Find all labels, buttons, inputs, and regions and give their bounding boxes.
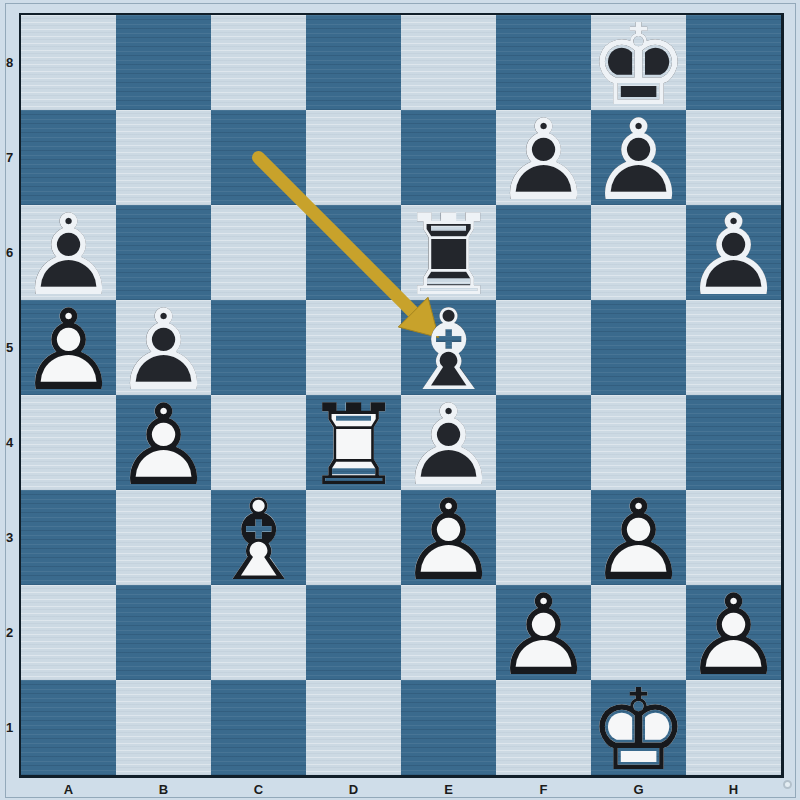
file-label-f: F: [496, 780, 591, 798]
file-label-a: A: [21, 780, 116, 798]
rank-label-4: 4: [0, 395, 19, 490]
rank-label-2: 2: [0, 585, 19, 680]
white-rook-outline: ♖: [306, 395, 401, 490]
black-pawn-fill: ♟: [401, 395, 496, 490]
square-b8[interactable]: [116, 15, 211, 110]
square-e3[interactable]: ♟♙: [401, 490, 496, 585]
square-f5[interactable]: [496, 300, 591, 395]
square-h1[interactable]: [686, 680, 781, 775]
square-a5[interactable]: ♟♙: [21, 300, 116, 395]
square-d2[interactable]: [306, 585, 401, 680]
square-h4[interactable]: [686, 395, 781, 490]
square-b1[interactable]: [116, 680, 211, 775]
square-c1[interactable]: [211, 680, 306, 775]
black-pawn-outline: ♙: [686, 205, 781, 300]
square-e4[interactable]: ♟♙: [401, 395, 496, 490]
square-h5[interactable]: [686, 300, 781, 395]
square-d5[interactable]: [306, 300, 401, 395]
square-g6[interactable]: [591, 205, 686, 300]
square-a6[interactable]: ♟♙: [21, 205, 116, 300]
resize-handle-icon[interactable]: [783, 780, 792, 789]
black-pawn-outline: ♙: [116, 300, 211, 395]
white-pawn-outline: ♙: [591, 490, 686, 585]
square-g5[interactable]: [591, 300, 686, 395]
square-d6[interactable]: [306, 205, 401, 300]
rank-label-3: 3: [0, 490, 19, 585]
black-pawn-fill: ♟: [591, 110, 686, 205]
black-pawn-outline: ♙: [401, 395, 496, 490]
square-b3[interactable]: [116, 490, 211, 585]
square-f2[interactable]: ♟♙: [496, 585, 591, 680]
rank-label-5: 5: [0, 300, 19, 395]
white-king-outline: ♔: [591, 680, 686, 775]
square-b5[interactable]: ♟♙: [116, 300, 211, 395]
white-pawn-outline: ♙: [686, 585, 781, 680]
black-rook-fill: ♜: [401, 205, 496, 300]
square-c8[interactable]: [211, 15, 306, 110]
square-e5[interactable]: ♝♗: [401, 300, 496, 395]
white-rook-fill: ♜: [306, 395, 401, 490]
white-pawn-outline: ♙: [401, 490, 496, 585]
black-king-outline: ♔: [591, 15, 686, 110]
square-a2[interactable]: [21, 585, 116, 680]
file-label-d: D: [306, 780, 401, 798]
square-h7[interactable]: [686, 110, 781, 205]
white-pawn-fill: ♟: [116, 395, 211, 490]
white-pawn-fill: ♟: [21, 300, 116, 395]
file-label-c: C: [211, 780, 306, 798]
black-pawn-fill: ♟: [686, 205, 781, 300]
square-f1[interactable]: [496, 680, 591, 775]
square-c7[interactable]: [211, 110, 306, 205]
square-b7[interactable]: [116, 110, 211, 205]
square-g2[interactable]: [591, 585, 686, 680]
square-g1[interactable]: ♚♔: [591, 680, 686, 775]
square-c3[interactable]: ♝♗: [211, 490, 306, 585]
square-b6[interactable]: [116, 205, 211, 300]
square-c5[interactable]: [211, 300, 306, 395]
white-king-fill: ♚: [591, 680, 686, 775]
black-pawn-fill: ♟: [116, 300, 211, 395]
square-e8[interactable]: [401, 15, 496, 110]
white-pawn-outline: ♙: [496, 585, 591, 680]
square-a4[interactable]: [21, 395, 116, 490]
file-label-e: E: [401, 780, 496, 798]
white-pawn-fill: ♟: [496, 585, 591, 680]
square-e1[interactable]: [401, 680, 496, 775]
rank-label-8: 8: [0, 15, 19, 110]
file-label-g: G: [591, 780, 686, 798]
rank-label-1: 1: [0, 680, 19, 775]
rank-label-6: 6: [0, 205, 19, 300]
square-h6[interactable]: ♟♙: [686, 205, 781, 300]
white-bishop-outline: ♗: [211, 490, 306, 585]
square-e7[interactable]: [401, 110, 496, 205]
square-b4[interactable]: ♟♙: [116, 395, 211, 490]
white-pawn-outline: ♙: [21, 300, 116, 395]
square-d7[interactable]: [306, 110, 401, 205]
square-d4[interactable]: ♜♖: [306, 395, 401, 490]
square-c4[interactable]: [211, 395, 306, 490]
square-c6[interactable]: [211, 205, 306, 300]
black-king-fill: ♚: [591, 15, 686, 110]
square-g7[interactable]: ♟♙: [591, 110, 686, 205]
rank-labels: 87654321: [0, 15, 19, 775]
rank-label-7: 7: [0, 110, 19, 205]
white-pawn-fill: ♟: [591, 490, 686, 585]
file-label-b: B: [116, 780, 211, 798]
white-pawn-fill: ♟: [686, 585, 781, 680]
white-pawn-outline: ♙: [116, 395, 211, 490]
square-h8[interactable]: [686, 15, 781, 110]
black-rook-outline: ♖: [401, 205, 496, 300]
black-pawn-fill: ♟: [21, 205, 116, 300]
square-f3[interactable]: [496, 490, 591, 585]
board: ♚♔♟♙♟♙♟♙♜♖♟♙♟♙♟♙♝♗♟♙♜♖♟♙♝♗♟♙♟♙♟♙♟♙♚♔: [19, 13, 784, 778]
black-bishop-outline: ♗: [401, 300, 496, 395]
square-a3[interactable]: [21, 490, 116, 585]
square-h3[interactable]: [686, 490, 781, 585]
square-d8[interactable]: [306, 15, 401, 110]
square-a7[interactable]: [21, 110, 116, 205]
black-pawn-fill: ♟: [496, 110, 591, 205]
file-label-h: H: [686, 780, 781, 798]
black-pawn-outline: ♙: [591, 110, 686, 205]
white-bishop-fill: ♝: [211, 490, 306, 585]
square-f4[interactable]: [496, 395, 591, 490]
square-e6[interactable]: ♜♖: [401, 205, 496, 300]
square-h2[interactable]: ♟♙: [686, 585, 781, 680]
square-g3[interactable]: ♟♙: [591, 490, 686, 585]
square-c2[interactable]: [211, 585, 306, 680]
square-d1[interactable]: [306, 680, 401, 775]
square-f8[interactable]: [496, 15, 591, 110]
square-e2[interactable]: [401, 585, 496, 680]
square-g8[interactable]: ♚♔: [591, 15, 686, 110]
square-g4[interactable]: [591, 395, 686, 490]
black-pawn-outline: ♙: [21, 205, 116, 300]
square-f7[interactable]: ♟♙: [496, 110, 591, 205]
square-a1[interactable]: [21, 680, 116, 775]
white-pawn-fill: ♟: [401, 490, 496, 585]
square-f6[interactable]: [496, 205, 591, 300]
square-a8[interactable]: [21, 15, 116, 110]
black-bishop-fill: ♝: [401, 300, 496, 395]
square-d3[interactable]: [306, 490, 401, 585]
black-pawn-outline: ♙: [496, 110, 591, 205]
square-b2[interactable]: [116, 585, 211, 680]
file-labels: ABCDEFGH: [21, 780, 781, 798]
